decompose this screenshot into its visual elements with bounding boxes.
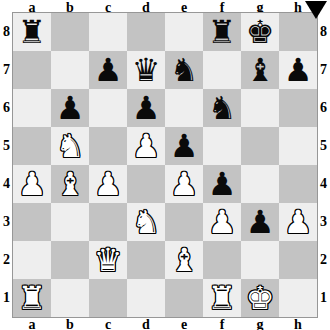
file-labels-top: abcdefgh [13,0,317,13]
square-f8[interactable]: ♜ [203,13,241,51]
square-c5[interactable] [89,127,127,165]
black-pawn: ♟ [170,127,199,165]
rank-label-1: 1 [0,279,13,317]
square-b8[interactable] [51,13,89,51]
square-h4[interactable] [279,165,317,203]
square-b1[interactable] [51,279,89,317]
square-a5[interactable] [13,127,51,165]
square-c4[interactable]: ♟ [89,165,127,203]
square-b4[interactable]: ♝ [51,165,89,203]
black-pawn: ♟ [284,51,313,89]
black-knight: ♞ [170,51,199,89]
black-rook: ♜ [208,13,237,51]
file-label-c: c [89,317,127,330]
white-pawn: ♟ [18,165,47,203]
square-f3[interactable]: ♟ [203,203,241,241]
square-e6[interactable] [165,89,203,127]
white-knight: ♞ [56,127,85,165]
square-b2[interactable] [51,241,89,279]
square-g1[interactable]: ♚ [241,279,279,317]
square-d8[interactable] [127,13,165,51]
square-a7[interactable] [13,51,51,89]
square-h6[interactable] [279,89,317,127]
square-e7[interactable]: ♞ [165,51,203,89]
square-f4[interactable]: ♟ [203,165,241,203]
square-g8[interactable]: ♚ [241,13,279,51]
square-e3[interactable] [165,203,203,241]
black-pawn: ♟ [246,203,275,241]
white-pawn: ♟ [170,165,199,203]
square-b3[interactable] [51,203,89,241]
square-g3[interactable]: ♟ [241,203,279,241]
rank-label-4: 4 [317,165,330,203]
black-king: ♚ [246,13,275,51]
white-pawn: ♟ [132,127,161,165]
square-g2[interactable] [241,241,279,279]
square-e5[interactable]: ♟ [165,127,203,165]
black-queen: ♛ [132,51,161,89]
rank-label-6: 6 [0,89,13,127]
black-knight: ♞ [208,89,237,127]
square-c2[interactable]: ♛ [89,241,127,279]
square-a1[interactable]: ♜ [13,279,51,317]
white-pawn: ♟ [284,203,313,241]
black-rook: ♜ [18,13,47,51]
square-h7[interactable]: ♟ [279,51,317,89]
square-b6[interactable]: ♟ [51,89,89,127]
rank-label-2: 2 [317,241,330,279]
square-d1[interactable] [127,279,165,317]
side-to-move-indicator [305,1,327,19]
white-bishop: ♝ [170,241,199,279]
corner-bottom-left [0,317,13,330]
file-label-b: b [51,317,89,330]
square-h3[interactable]: ♟ [279,203,317,241]
rank-label-4: 4 [0,165,13,203]
square-g7[interactable]: ♝ [241,51,279,89]
rank-label-2: 2 [0,241,13,279]
square-a8[interactable]: ♜ [13,13,51,51]
rank-label-5: 5 [317,127,330,165]
chess-board: ♜♜♚♟♛♞♝♟♟♟♞♞♟♟♟♝♟♟♟♞♟♟♟♛♝♜♜♚ [13,13,317,317]
rank-label-7: 7 [0,51,13,89]
square-d3[interactable]: ♞ [127,203,165,241]
rank-label-7: 7 [317,51,330,89]
square-a2[interactable] [13,241,51,279]
file-label-g: g [241,317,279,330]
square-c7[interactable]: ♟ [89,51,127,89]
square-f7[interactable] [203,51,241,89]
square-e2[interactable]: ♝ [165,241,203,279]
square-b7[interactable] [51,51,89,89]
black-pawn: ♟ [56,89,85,127]
square-h1[interactable] [279,279,317,317]
square-b5[interactable]: ♞ [51,127,89,165]
black-pawn: ♟ [132,89,161,127]
square-a3[interactable] [13,203,51,241]
white-pawn: ♟ [94,165,123,203]
rank-label-5: 5 [0,127,13,165]
square-g4[interactable] [241,165,279,203]
file-label-f: f [203,317,241,330]
square-f1[interactable]: ♜ [203,279,241,317]
square-f5[interactable] [203,127,241,165]
corner-top-left [0,0,13,13]
rank-label-8: 8 [0,13,13,51]
square-e1[interactable] [165,279,203,317]
rank-label-3: 3 [0,203,13,241]
rank-labels-left: 87654321 [0,13,13,317]
white-bishop: ♝ [56,165,85,203]
square-f2[interactable] [203,241,241,279]
file-label-h: h [279,317,317,330]
square-d6[interactable]: ♟ [127,89,165,127]
square-h2[interactable] [279,241,317,279]
black-pawn: ♟ [94,51,123,89]
square-d4[interactable] [127,165,165,203]
rank-labels-right: 87654321 [317,13,330,317]
square-e8[interactable] [165,13,203,51]
square-h5[interactable] [279,127,317,165]
white-king: ♚ [246,279,275,317]
square-a4[interactable]: ♟ [13,165,51,203]
square-g5[interactable] [241,127,279,165]
square-a6[interactable] [13,89,51,127]
rank-label-6: 6 [317,89,330,127]
white-rook: ♜ [208,279,237,317]
square-c3[interactable] [89,203,127,241]
chess-diagram: abcdefgh 87654321 ♜♜♚♟♛♞♝♟♟♟♞♞♟♟♟♝♟♟♟♞♟♟… [0,0,330,330]
black-bishop: ♝ [246,51,275,89]
square-c1[interactable] [89,279,127,317]
square-c6[interactable] [89,89,127,127]
white-rook: ♜ [18,279,47,317]
white-knight: ♞ [132,203,161,241]
file-label-d: d [127,317,165,330]
rank-label-3: 3 [317,203,330,241]
square-d2[interactable] [127,241,165,279]
rank-label-1: 1 [317,279,330,317]
file-label-a: a [13,317,51,330]
square-c8[interactable] [89,13,127,51]
square-g6[interactable] [241,89,279,127]
square-d7[interactable]: ♛ [127,51,165,89]
white-queen: ♛ [94,241,123,279]
white-pawn: ♟ [208,203,237,241]
corner-bottom-right [317,317,330,330]
file-label-e: e [165,317,203,330]
black-pawn: ♟ [208,165,237,203]
square-f6[interactable]: ♞ [203,89,241,127]
square-d5[interactable]: ♟ [127,127,165,165]
file-labels-bottom: abcdefgh [13,317,317,330]
square-e4[interactable]: ♟ [165,165,203,203]
